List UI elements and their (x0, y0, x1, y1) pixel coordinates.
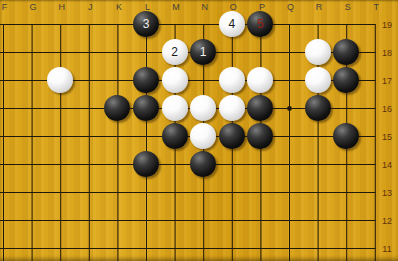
white-stone-O19: 4 (219, 11, 245, 37)
black-stone-S17 (333, 67, 359, 93)
white-stone-N15 (190, 123, 216, 149)
black-stone-N14 (190, 151, 216, 177)
white-stone-M17 (162, 67, 188, 93)
go-board[interactable]: FGHJKLMNOPQRST 191817161514131211 35142 (0, 0, 398, 261)
black-stone-L19: 3 (133, 11, 159, 37)
white-stone-R18 (305, 39, 331, 65)
black-stone-O15 (219, 123, 245, 149)
white-stone-O17 (219, 67, 245, 93)
black-stone-L16 (133, 95, 159, 121)
move-number: 2 (171, 46, 178, 58)
white-stone-N16 (190, 95, 216, 121)
black-stone-P19: 5 (247, 11, 273, 37)
white-stone-O16 (219, 95, 245, 121)
black-stone-N18: 1 (190, 39, 216, 65)
white-stone-H17 (47, 67, 73, 93)
black-stone-S18 (333, 39, 359, 65)
white-stone-P17 (247, 67, 273, 93)
move-number: 4 (228, 18, 235, 30)
black-stone-P15 (247, 123, 273, 149)
black-stone-P16 (247, 95, 273, 121)
black-stone-L14 (133, 151, 159, 177)
white-stone-M16 (162, 95, 188, 121)
move-number: 1 (200, 46, 207, 58)
move-number: 3 (143, 18, 150, 30)
white-stone-M18: 2 (162, 39, 188, 65)
black-stone-M15 (162, 123, 188, 149)
black-stone-K16 (104, 95, 130, 121)
board-grid: 35142 (0, 10, 389, 261)
black-stone-L17 (133, 67, 159, 93)
black-stone-S15 (333, 123, 359, 149)
black-stone-R16 (305, 95, 331, 121)
move-number: 5 (257, 18, 264, 30)
white-stone-R17 (305, 67, 331, 93)
